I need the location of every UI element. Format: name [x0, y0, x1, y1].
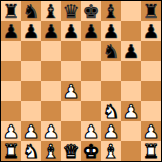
- piece-black-king[interactable]: ♚: [82, 1, 99, 21]
- square-e1[interactable]: ♚: [81, 141, 101, 161]
- square-a4[interactable]: [1, 81, 21, 101]
- square-c2[interactable]: ♟: [41, 121, 61, 141]
- square-h2[interactable]: ♟: [141, 121, 161, 141]
- square-f2[interactable]: ♟: [101, 121, 121, 141]
- piece-white-knight[interactable]: ♞: [102, 101, 119, 121]
- square-a7[interactable]: ♟: [1, 21, 21, 41]
- square-c4[interactable]: [41, 81, 61, 101]
- square-g6[interactable]: ♟: [121, 41, 141, 61]
- piece-black-bishop[interactable]: ♝: [102, 1, 119, 21]
- piece-black-pawn[interactable]: ♟: [142, 21, 159, 41]
- piece-white-king[interactable]: ♚: [82, 141, 99, 161]
- piece-black-pawn[interactable]: ♟: [62, 21, 79, 41]
- piece-white-pawn[interactable]: ♟: [122, 101, 139, 121]
- square-b2[interactable]: ♟: [21, 121, 41, 141]
- square-a3[interactable]: [1, 101, 21, 121]
- square-b6[interactable]: [21, 41, 41, 61]
- piece-white-pawn[interactable]: ♟: [22, 121, 39, 141]
- piece-white-pawn[interactable]: ♟: [2, 121, 19, 141]
- square-b3[interactable]: [21, 101, 41, 121]
- square-g8[interactable]: [121, 1, 141, 21]
- square-f5[interactable]: [101, 61, 121, 81]
- piece-white-bishop[interactable]: ♝: [42, 141, 59, 161]
- piece-black-pawn[interactable]: ♟: [22, 21, 39, 41]
- square-g1[interactable]: [121, 141, 141, 161]
- piece-black-pawn[interactable]: ♟: [122, 41, 139, 61]
- square-e6[interactable]: [81, 41, 101, 61]
- square-f6[interactable]: ♞: [101, 41, 121, 61]
- square-d4[interactable]: ♟: [61, 81, 81, 101]
- square-a1[interactable]: ♜: [1, 141, 21, 161]
- square-f8[interactable]: ♝: [101, 1, 121, 21]
- square-g5[interactable]: [121, 61, 141, 81]
- piece-white-pawn[interactable]: ♟: [82, 121, 99, 141]
- square-d6[interactable]: [61, 41, 81, 61]
- piece-white-pawn[interactable]: ♟: [62, 81, 79, 101]
- square-c6[interactable]: [41, 41, 61, 61]
- piece-black-rook[interactable]: ♜: [2, 1, 19, 21]
- square-c7[interactable]: ♟: [41, 21, 61, 41]
- square-a2[interactable]: ♟: [1, 121, 21, 141]
- square-a5[interactable]: [1, 61, 21, 81]
- piece-white-pawn[interactable]: ♟: [102, 121, 119, 141]
- square-b1[interactable]: ♞: [21, 141, 41, 161]
- piece-white-rook[interactable]: ♜: [2, 141, 19, 161]
- square-h6[interactable]: [141, 41, 161, 61]
- square-c5[interactable]: [41, 61, 61, 81]
- square-a6[interactable]: [1, 41, 21, 61]
- piece-white-pawn[interactable]: ♟: [142, 121, 159, 141]
- piece-black-knight[interactable]: ♞: [22, 1, 39, 21]
- piece-white-knight[interactable]: ♞: [22, 141, 39, 161]
- piece-black-queen[interactable]: ♛: [62, 1, 79, 21]
- square-d3[interactable]: [61, 101, 81, 121]
- square-f1[interactable]: ♝: [101, 141, 121, 161]
- piece-white-pawn[interactable]: ♟: [42, 121, 59, 141]
- square-h1[interactable]: ♜: [141, 141, 161, 161]
- square-c1[interactable]: ♝: [41, 141, 61, 161]
- square-e3[interactable]: [81, 101, 101, 121]
- square-d1[interactable]: ♛: [61, 141, 81, 161]
- piece-black-rook[interactable]: ♜: [142, 1, 159, 21]
- square-f7[interactable]: ♟: [101, 21, 121, 41]
- square-h4[interactable]: [141, 81, 161, 101]
- square-h5[interactable]: [141, 61, 161, 81]
- square-e4[interactable]: [81, 81, 101, 101]
- square-c8[interactable]: ♝: [41, 1, 61, 21]
- piece-black-knight[interactable]: ♞: [102, 41, 119, 61]
- square-g3[interactable]: ♟: [121, 101, 141, 121]
- square-g7[interactable]: [121, 21, 141, 41]
- square-h7[interactable]: ♟: [141, 21, 161, 41]
- square-d5[interactable]: [61, 61, 81, 81]
- square-d2[interactable]: [61, 121, 81, 141]
- piece-white-bishop[interactable]: ♝: [102, 141, 119, 161]
- square-e8[interactable]: ♚: [81, 1, 101, 21]
- square-c3[interactable]: [41, 101, 61, 121]
- square-e2[interactable]: ♟: [81, 121, 101, 141]
- square-f3[interactable]: ♞: [101, 101, 121, 121]
- square-f4[interactable]: [101, 81, 121, 101]
- square-b8[interactable]: ♞: [21, 1, 41, 21]
- piece-black-bishop[interactable]: ♝: [42, 1, 59, 21]
- piece-white-queen[interactable]: ♛: [62, 141, 79, 161]
- square-d7[interactable]: ♟: [61, 21, 81, 41]
- piece-black-pawn[interactable]: ♟: [102, 21, 119, 41]
- piece-black-pawn[interactable]: ♟: [42, 21, 59, 41]
- square-e7[interactable]: ♟: [81, 21, 101, 41]
- square-e5[interactable]: [81, 61, 101, 81]
- square-g4[interactable]: [121, 81, 141, 101]
- square-b5[interactable]: [21, 61, 41, 81]
- piece-white-rook[interactable]: ♜: [142, 141, 159, 161]
- square-h3[interactable]: [141, 101, 161, 121]
- square-h8[interactable]: ♜: [141, 1, 161, 21]
- piece-black-pawn[interactable]: ♟: [82, 21, 99, 41]
- chess-board: ♜♞♝♛♚♝♜♟♟♟♟♟♟♟♞♟♟♞♟♟♟♟♟♟♟♜♞♝♛♚♝♜: [0, 0, 162, 162]
- square-a8[interactable]: ♜: [1, 1, 21, 21]
- square-b4[interactable]: [21, 81, 41, 101]
- piece-black-pawn[interactable]: ♟: [2, 21, 19, 41]
- square-b7[interactable]: ♟: [21, 21, 41, 41]
- square-g2[interactable]: [121, 121, 141, 141]
- square-d8[interactable]: ♛: [61, 1, 81, 21]
